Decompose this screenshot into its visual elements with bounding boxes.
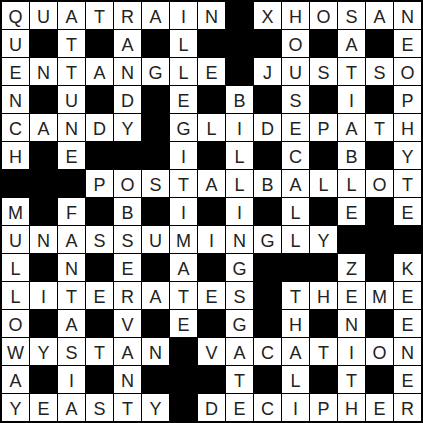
cell-r1c15[interactable]: N — [394, 2, 421, 29]
cell-r13c3[interactable]: S — [58, 338, 85, 365]
cell-r11c15[interactable]: E — [394, 282, 421, 309]
cell-r3c7[interactable]: L — [170, 58, 197, 85]
cell-r13c9[interactable]: A — [226, 338, 253, 365]
cell-r5c7[interactable]: G — [170, 114, 197, 141]
cell-r1c9 — [226, 2, 253, 29]
cell-r11c6[interactable]: A — [142, 282, 169, 309]
cell-r1c2[interactable]: U — [30, 2, 57, 29]
cell-r4c1[interactable]: N — [2, 86, 29, 113]
cell-r10c8 — [198, 254, 225, 281]
cell-r5c11[interactable]: E — [282, 114, 309, 141]
cell-r10c12 — [310, 254, 337, 281]
cell-r8c10 — [254, 198, 281, 225]
cell-r15c4[interactable]: S — [86, 394, 113, 421]
cell-r13c4[interactable]: T — [86, 338, 113, 365]
cell-r10c11 — [282, 254, 309, 281]
cell-r6c2 — [30, 142, 57, 169]
cell-r15c5[interactable]: T — [114, 394, 141, 421]
cell-r10c2 — [30, 254, 57, 281]
cell-r6c11[interactable]: C — [282, 142, 309, 169]
cell-r1c6[interactable]: A — [142, 2, 169, 29]
cell-r4c15[interactable]: P — [394, 86, 421, 113]
cell-r11c5[interactable]: R — [114, 282, 141, 309]
cell-r9c2[interactable]: N — [30, 226, 57, 253]
cell-r14c8 — [198, 366, 225, 393]
cell-r15c6[interactable]: Y — [142, 394, 169, 421]
cell-r15c12[interactable]: P — [310, 394, 337, 421]
cell-r14c9[interactable]: T — [226, 366, 253, 393]
cell-r8c13[interactable]: E — [338, 198, 365, 225]
cell-r10c1[interactable]: L — [2, 254, 29, 281]
cell-r7c12[interactable]: L — [310, 170, 337, 197]
cell-r10c14 — [366, 254, 393, 281]
cell-r14c5[interactable]: N — [114, 366, 141, 393]
cell-r7c15[interactable]: T — [394, 170, 421, 197]
cell-r15c10[interactable]: C — [254, 394, 281, 421]
cell-r6c8 — [198, 142, 225, 169]
cell-r2c14 — [366, 30, 393, 57]
cell-r12c2 — [30, 310, 57, 337]
cell-r2c11[interactable]: O — [282, 30, 309, 57]
cell-r7c3 — [58, 170, 85, 197]
cell-r1c12[interactable]: O — [310, 2, 337, 29]
cell-r1c3[interactable]: A — [58, 2, 85, 29]
cell-r1c10[interactable]: X — [254, 2, 281, 29]
cell-r12c8 — [198, 310, 225, 337]
cell-r2c9 — [226, 30, 253, 57]
cell-r7c2 — [30, 170, 57, 197]
cell-r13c13[interactable]: I — [338, 338, 365, 365]
cell-r6c1[interactable]: H — [2, 142, 29, 169]
cell-r5c12[interactable]: P — [310, 114, 337, 141]
cell-r10c10 — [254, 254, 281, 281]
cell-r7c10[interactable]: B — [254, 170, 281, 197]
cell-r11c12[interactable]: H — [310, 282, 337, 309]
cell-r15c7 — [170, 394, 197, 421]
cell-r3c1[interactable]: E — [2, 58, 29, 85]
cell-r9c1[interactable]: U — [2, 226, 29, 253]
cell-r15c11[interactable]: I — [282, 394, 309, 421]
cell-r9c9[interactable]: N — [226, 226, 253, 253]
cell-r1c7[interactable]: I — [170, 2, 197, 29]
cell-r7c5[interactable]: O — [114, 170, 141, 197]
cell-r4c11[interactable]: S — [282, 86, 309, 113]
cell-r9c12[interactable]: Y — [310, 226, 337, 253]
cell-r13c5[interactable]: A — [114, 338, 141, 365]
cell-r5c15[interactable]: H — [394, 114, 421, 141]
cell-r4c8 — [198, 86, 225, 113]
cell-r2c3[interactable]: T — [58, 30, 85, 57]
cell-r9c11[interactable]: L — [282, 226, 309, 253]
cell-r8c9[interactable]: I — [226, 198, 253, 225]
cell-r15c1[interactable]: Y — [2, 394, 29, 421]
cell-r3c9 — [226, 58, 253, 85]
cell-r4c12 — [310, 86, 337, 113]
cell-r2c5[interactable]: A — [114, 30, 141, 57]
cell-r5c4[interactable]: D — [86, 114, 113, 141]
cell-r12c1[interactable]: O — [2, 310, 29, 337]
cell-r3c15[interactable]: O — [394, 58, 421, 85]
cell-r14c12 — [310, 366, 337, 393]
cell-r11c13[interactable]: E — [338, 282, 365, 309]
cell-r14c3[interactable]: I — [58, 366, 85, 393]
cell-r8c8 — [198, 198, 225, 225]
cell-r12c4 — [86, 310, 113, 337]
cell-r2c13[interactable]: A — [338, 30, 365, 57]
cell-r12c5[interactable]: V — [114, 310, 141, 337]
cell-r2c4 — [86, 30, 113, 57]
cell-r14c1[interactable]: A — [2, 366, 29, 393]
cell-r12c13[interactable]: N — [338, 310, 365, 337]
cell-r5c10[interactable]: D — [254, 114, 281, 141]
cell-r7c6[interactable]: S — [142, 170, 169, 197]
cell-r9c6[interactable]: U — [142, 226, 169, 253]
cell-r6c12 — [310, 142, 337, 169]
cell-r3c10[interactable]: J — [254, 58, 281, 85]
cell-r4c14 — [366, 86, 393, 113]
cell-r6c15[interactable]: Y — [394, 142, 421, 169]
cell-r10c15[interactable]: K — [394, 254, 421, 281]
cell-r5c3[interactable]: N — [58, 114, 85, 141]
cell-r14c13[interactable]: T — [338, 366, 365, 393]
cell-r1c5[interactable]: R — [114, 2, 141, 29]
cell-r11c14[interactable]: M — [366, 282, 393, 309]
cell-r8c15[interactable]: E — [394, 198, 421, 225]
cell-r4c5[interactable]: D — [114, 86, 141, 113]
cell-r5c14[interactable]: T — [366, 114, 393, 141]
cell-r11c8[interactable]: E — [198, 282, 225, 309]
cell-r11c11[interactable]: T — [282, 282, 309, 309]
cell-r3c4[interactable]: A — [86, 58, 113, 85]
cell-r10c6 — [142, 254, 169, 281]
cell-r12c11[interactable]: H — [282, 310, 309, 337]
cell-r9c3[interactable]: A — [58, 226, 85, 253]
cell-r6c5 — [114, 142, 141, 169]
cell-r8c2 — [30, 198, 57, 225]
cell-r9c13 — [338, 226, 365, 253]
cell-r7c11[interactable]: A — [282, 170, 309, 197]
cell-r1c1[interactable]: Q — [2, 2, 29, 29]
cell-r13c11[interactable]: A — [282, 338, 309, 365]
cell-r14c10 — [254, 366, 281, 393]
cell-r14c7 — [170, 366, 197, 393]
cell-r12c15[interactable]: E — [394, 310, 421, 337]
cell-r7c4[interactable]: P — [86, 170, 113, 197]
cell-r6c3[interactable]: E — [58, 142, 85, 169]
cell-r10c7[interactable]: A — [170, 254, 197, 281]
cell-r3c5[interactable]: N — [114, 58, 141, 85]
cell-r2c1[interactable]: U — [2, 30, 29, 57]
cell-r12c10 — [254, 310, 281, 337]
cell-r14c4 — [86, 366, 113, 393]
cell-r13c14[interactable]: O — [366, 338, 393, 365]
cell-r6c4 — [86, 142, 113, 169]
cell-r6c7[interactable]: I — [170, 142, 197, 169]
cell-r3c8[interactable]: E — [198, 58, 225, 85]
cell-r4c4 — [86, 86, 113, 113]
cell-r5c2[interactable]: A — [30, 114, 57, 141]
cell-r12c14 — [366, 310, 393, 337]
cell-r7c9[interactable]: L — [226, 170, 253, 197]
cell-r5c8[interactable]: L — [198, 114, 225, 141]
cell-r2c12 — [310, 30, 337, 57]
cell-r9c4[interactable]: S — [86, 226, 113, 253]
cell-r15c2[interactable]: E — [30, 394, 57, 421]
cell-r4c6 — [142, 86, 169, 113]
cell-r5c13[interactable]: A — [338, 114, 365, 141]
cell-r13c15[interactable]: N — [394, 338, 421, 365]
cell-r15c3[interactable]: A — [58, 394, 85, 421]
cell-r4c9[interactable]: B — [226, 86, 253, 113]
cell-r9c8[interactable]: I — [198, 226, 225, 253]
cell-r2c2 — [30, 30, 57, 57]
cell-r10c9[interactable]: G — [226, 254, 253, 281]
cell-r13c12[interactable]: T — [310, 338, 337, 365]
cell-r8c1[interactable]: M — [2, 198, 29, 225]
cell-r14c11[interactable]: L — [282, 366, 309, 393]
cell-r6c9[interactable]: L — [226, 142, 253, 169]
cell-r13c1[interactable]: W — [2, 338, 29, 365]
cell-r3c12[interactable]: S — [310, 58, 337, 85]
cell-r7c8[interactable]: A — [198, 170, 225, 197]
cell-r3c11[interactable]: U — [282, 58, 309, 85]
cell-r15c15[interactable]: R — [394, 394, 421, 421]
cell-r14c15[interactable]: E — [394, 366, 421, 393]
cell-r6c14 — [366, 142, 393, 169]
cell-r7c14[interactable]: O — [366, 170, 393, 197]
cell-r8c7[interactable]: I — [170, 198, 197, 225]
cell-r5c1[interactable]: C — [2, 114, 29, 141]
cell-r13c10[interactable]: C — [254, 338, 281, 365]
cell-r15c13[interactable]: H — [338, 394, 365, 421]
cell-r3c2[interactable]: N — [30, 58, 57, 85]
cell-r9c14 — [366, 226, 393, 253]
cell-r6c6 — [142, 142, 169, 169]
cell-r8c14 — [366, 198, 393, 225]
cell-r12c7[interactable]: E — [170, 310, 197, 337]
cell-r5c5[interactable]: Y — [114, 114, 141, 141]
cell-r13c8[interactable]: V — [198, 338, 225, 365]
cell-r9c5[interactable]: S — [114, 226, 141, 253]
cell-r14c2 — [30, 366, 57, 393]
cell-r1c4[interactable]: T — [86, 2, 113, 29]
cell-r8c6 — [142, 198, 169, 225]
cell-r11c7[interactable]: T — [170, 282, 197, 309]
cell-r3c14[interactable]: S — [366, 58, 393, 85]
cell-r10c13[interactable]: Z — [338, 254, 365, 281]
cell-r13c6[interactable]: N — [142, 338, 169, 365]
cell-r4c2 — [30, 86, 57, 113]
cell-r2c10 — [254, 30, 281, 57]
cell-r10c3[interactable]: N — [58, 254, 85, 281]
cell-r1c14[interactable]: A — [366, 2, 393, 29]
cell-r5c6 — [142, 114, 169, 141]
cell-r3c13[interactable]: T — [338, 58, 365, 85]
cell-r2c8 — [198, 30, 225, 57]
cell-r8c12 — [310, 198, 337, 225]
cell-r12c3[interactable]: A — [58, 310, 85, 337]
cell-r3c3[interactable]: T — [58, 58, 85, 85]
cell-r9c7[interactable]: M — [170, 226, 197, 253]
cell-r11c1[interactable]: L — [2, 282, 29, 309]
cell-r13c2[interactable]: Y — [30, 338, 57, 365]
cell-r10c4 — [86, 254, 113, 281]
cell-r2c15[interactable]: E — [394, 30, 421, 57]
cell-r4c7[interactable]: E — [170, 86, 197, 113]
cell-r12c9[interactable]: G — [226, 310, 253, 337]
cell-r15c9[interactable]: E — [226, 394, 253, 421]
cell-r12c6 — [142, 310, 169, 337]
cell-r4c10 — [254, 86, 281, 113]
cell-r3c6[interactable]: G — [142, 58, 169, 85]
cell-r1c13[interactable]: S — [338, 2, 365, 29]
cell-r1c8[interactable]: N — [198, 2, 225, 29]
cell-r8c4 — [86, 198, 113, 225]
cell-r8c5[interactable]: B — [114, 198, 141, 225]
cell-r8c3[interactable]: F — [58, 198, 85, 225]
cell-r11c9[interactable]: S — [226, 282, 253, 309]
cell-r12c12 — [310, 310, 337, 337]
cell-r14c14 — [366, 366, 393, 393]
cell-r9c15 — [394, 226, 421, 253]
crossword-board: QUATRAINXHOSANUTALOAEENTANGLEJUSTSONUDEB… — [0, 0, 423, 423]
cell-r13c7 — [170, 338, 197, 365]
cell-r15c14[interactable]: E — [366, 394, 393, 421]
cell-r11c3[interactable]: T — [58, 282, 85, 309]
cell-r2c7[interactable]: L — [170, 30, 197, 57]
cell-r6c13[interactable]: B — [338, 142, 365, 169]
cell-r4c13[interactable]: I — [338, 86, 365, 113]
cell-r11c2[interactable]: I — [30, 282, 57, 309]
cell-r15c8[interactable]: D — [198, 394, 225, 421]
cell-r7c13[interactable]: L — [338, 170, 365, 197]
cell-r8c11[interactable]: L — [282, 198, 309, 225]
cell-r7c7[interactable]: T — [170, 170, 197, 197]
cell-r5c9[interactable]: I — [226, 114, 253, 141]
cell-r7c1 — [2, 170, 29, 197]
cell-r9c10[interactable]: G — [254, 226, 281, 253]
cell-r14c6 — [142, 366, 169, 393]
cell-r10c5[interactable]: E — [114, 254, 141, 281]
cell-r2c6 — [142, 30, 169, 57]
cell-r6c10 — [254, 142, 281, 169]
cell-r1c11[interactable]: H — [282, 2, 309, 29]
cell-r11c4[interactable]: E — [86, 282, 113, 309]
cell-r4c3[interactable]: U — [58, 86, 85, 113]
cell-r11c10 — [254, 282, 281, 309]
